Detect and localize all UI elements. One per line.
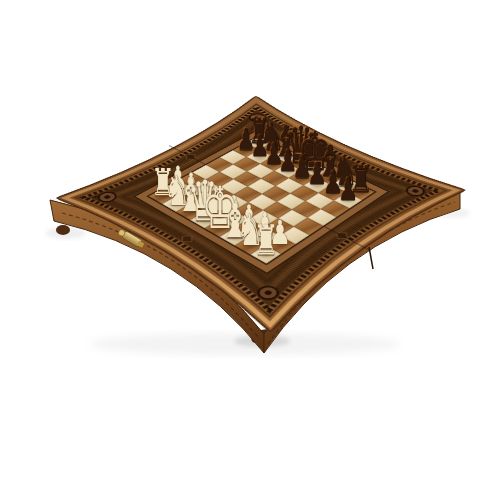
pieces-layer: ♜♞♟♝♟♛♟♚♟♝♟♞♟♟♜♟♟♜♟♟♞♟♝♟♛♟♚♟♝♟♞♜: [0, 0, 500, 500]
product-photo-scene: ♜♞♟♝♟♛♟♚♟♝♟♞♟♟♜♟♟♜♟♟♞♟♝♟♛♟♚♟♝♟♞♜: [0, 0, 500, 500]
piece-white-rook[interactable]: ♜: [253, 220, 279, 260]
piece-black-pawn[interactable]: ♟: [338, 174, 358, 205]
